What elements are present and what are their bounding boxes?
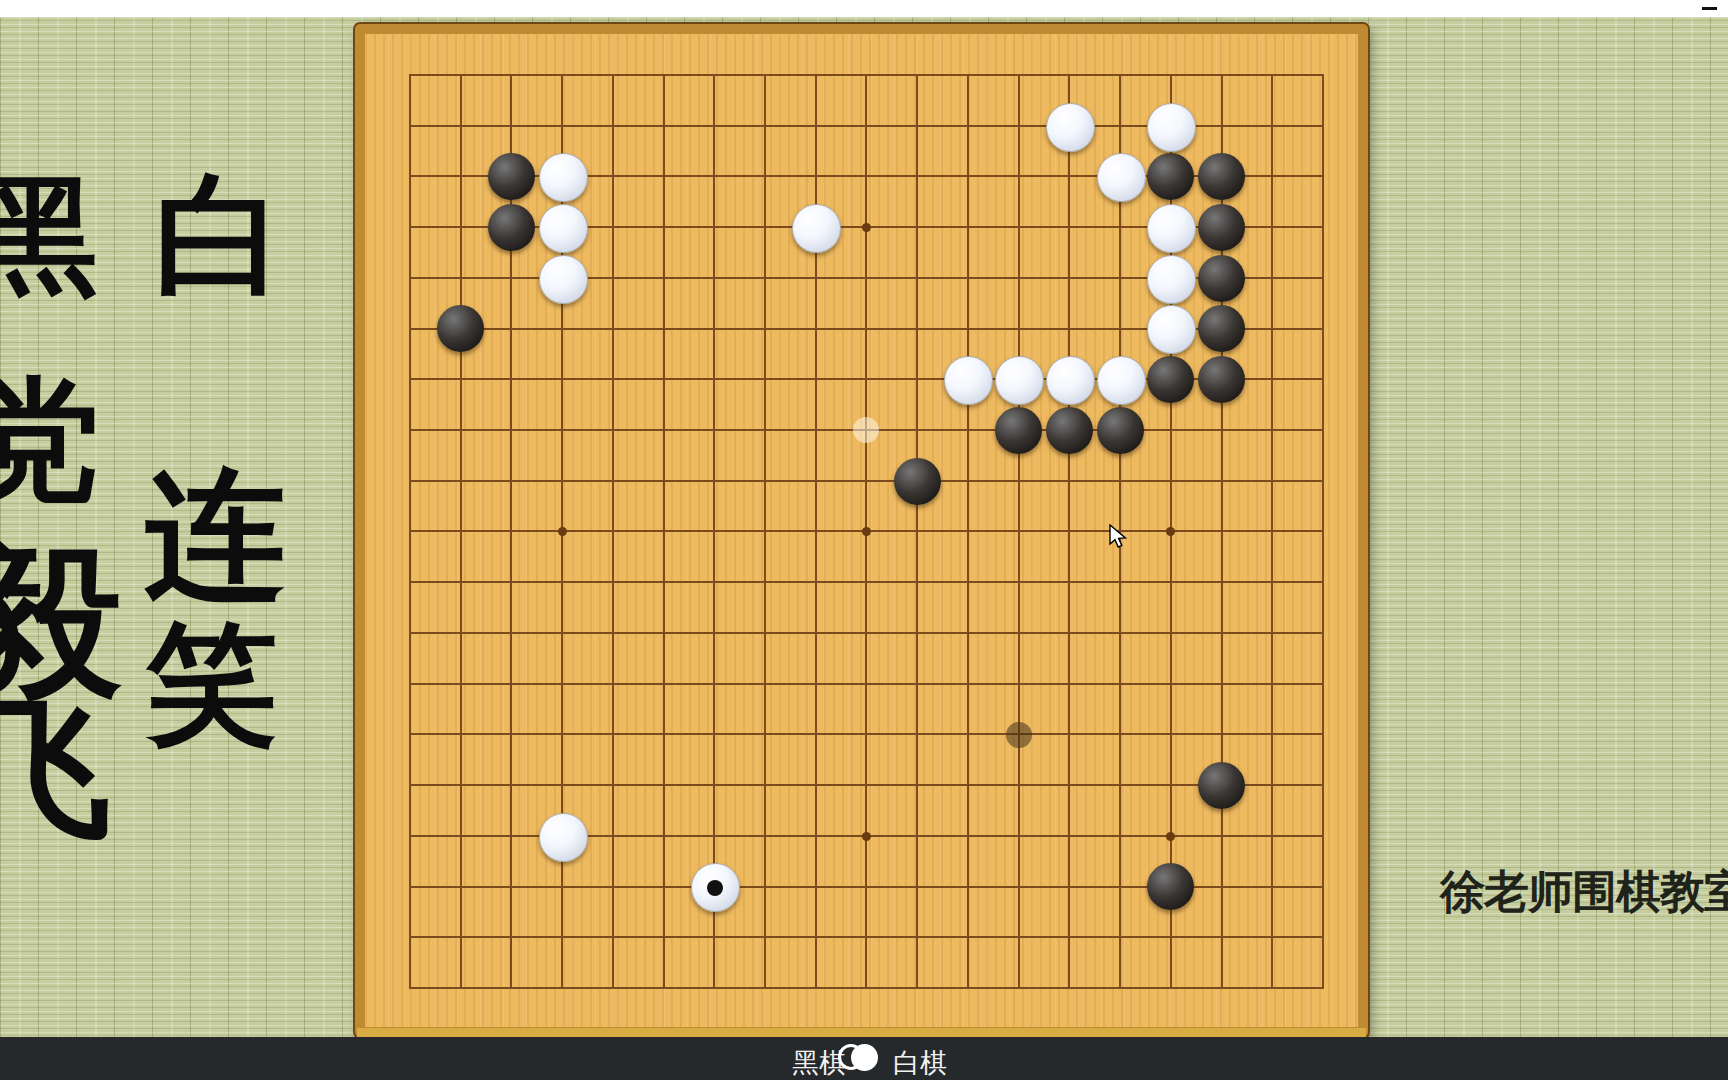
black-stone[interactable] (1097, 407, 1144, 454)
black-stone[interactable] (488, 153, 535, 200)
black-stone[interactable] (1198, 255, 1245, 302)
black-stone[interactable] (1046, 407, 1093, 454)
board-edge-highlight (357, 1028, 1366, 1037)
black-stone[interactable] (894, 458, 941, 505)
black-stone[interactable] (488, 204, 535, 251)
white-stone[interactable] (539, 813, 588, 862)
black-stone[interactable] (1198, 762, 1245, 809)
black-stone[interactable] (1198, 153, 1245, 200)
black-stone[interactable] (1198, 204, 1245, 251)
white-player-name-char-1: 连 (144, 464, 286, 606)
star-point (1166, 832, 1175, 841)
white-stone[interactable] (1097, 356, 1146, 405)
white-stone[interactable] (691, 863, 740, 912)
star-point (558, 527, 567, 536)
ghost-stone-black (1006, 722, 1032, 748)
screen: 黑 白 党 毅 飞 连 笑 徐老师围棋教室 黑棋 白棋 (0, 0, 1728, 1080)
go-board[interactable] (355, 24, 1368, 1037)
star-point (862, 832, 871, 841)
color-toggle[interactable] (838, 1043, 880, 1073)
black-player-name-char-2: 毅 (0, 538, 122, 704)
watermark-text: 徐老师围棋教室 (1440, 862, 1728, 922)
black-player-name-char-1: 党 (0, 374, 100, 508)
white-stone[interactable] (539, 153, 588, 202)
mouse-cursor (1108, 524, 1130, 554)
black-stone[interactable] (1198, 356, 1245, 403)
title-bar (0, 0, 1728, 17)
white-stone[interactable] (1046, 103, 1095, 152)
star-point (862, 223, 871, 232)
black-player-label: 黑 (0, 172, 98, 300)
white-player-label: 白 (154, 170, 286, 302)
white-player-name-char-2: 笑 (146, 618, 278, 750)
white-stone[interactable] (1147, 103, 1196, 152)
white-stone[interactable] (539, 204, 588, 253)
white-stone[interactable] (539, 255, 588, 304)
toggle-label-white[interactable]: 白棋 (893, 1045, 947, 1080)
black-stone[interactable] (995, 407, 1042, 454)
white-stone[interactable] (1097, 153, 1146, 202)
black-player-name-char-3: 飞 (0, 694, 112, 842)
minimize-icon[interactable] (1702, 7, 1717, 10)
last-move-marker (707, 880, 723, 896)
toggle-white-circle-icon (851, 1044, 878, 1071)
white-stone[interactable] (1046, 356, 1095, 405)
white-stone[interactable] (792, 204, 841, 253)
white-stone[interactable] (995, 356, 1044, 405)
white-stone[interactable] (1147, 255, 1196, 304)
white-stone[interactable] (1147, 204, 1196, 253)
